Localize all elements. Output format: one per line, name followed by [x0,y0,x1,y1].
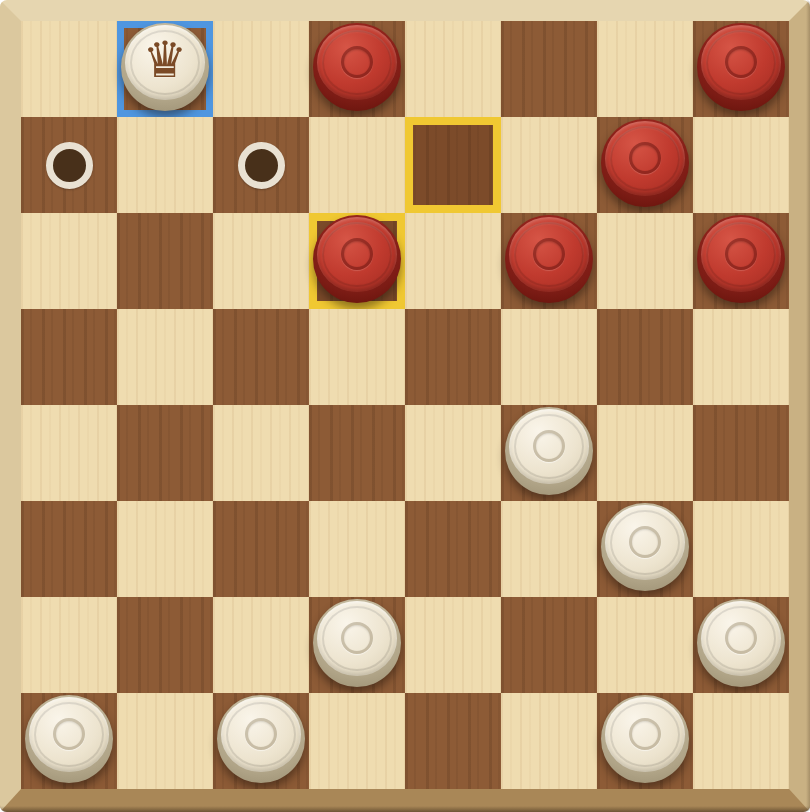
checkers-app: ♛ [0,0,810,812]
board-frame [0,0,810,812]
